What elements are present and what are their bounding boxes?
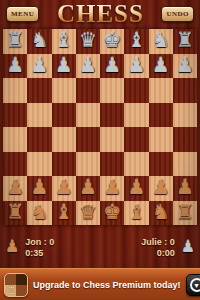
square-a4[interactable]: [3, 127, 27, 152]
square-b3[interactable]: [27, 152, 51, 177]
white-pawn-icon: ♟: [5, 239, 19, 255]
chess-app-icon: ♖: [4, 273, 28, 297]
square-a1[interactable]: ♜: [3, 201, 27, 226]
black-pawn-piece: ♟: [152, 55, 170, 75]
square-d8[interactable]: ♛: [76, 29, 100, 54]
square-d5[interactable]: [76, 103, 100, 128]
white-pawn-piece: ♟: [127, 177, 145, 197]
white-king-piece: ♚: [103, 202, 121, 222]
square-h1[interactable]: ♜: [173, 201, 197, 226]
square-d1[interactable]: ♛: [76, 201, 100, 226]
square-c3[interactable]: [52, 152, 76, 177]
black-queen-piece: ♛: [79, 30, 97, 50]
player-white-timer: 0:35: [25, 248, 54, 258]
square-h7[interactable]: ♟: [173, 54, 197, 79]
white-pawn-piece: ♟: [79, 177, 97, 197]
square-d7[interactable]: ♟: [76, 54, 100, 79]
square-a3[interactable]: [3, 152, 27, 177]
square-a7[interactable]: ♟: [3, 54, 27, 79]
square-f8[interactable]: ♝: [124, 29, 148, 54]
rook-icon: ♖: [7, 286, 16, 296]
square-b8[interactable]: ♞: [27, 29, 51, 54]
square-b4[interactable]: [27, 127, 51, 152]
download-arrow-icon: ▼: [193, 282, 200, 289]
square-c2[interactable]: ♟: [52, 176, 76, 201]
square-e1[interactable]: ♚: [100, 201, 124, 226]
header-bar: MENU CHESS UNDO: [0, 0, 200, 28]
square-b6[interactable]: [27, 78, 51, 103]
square-a2[interactable]: ♟: [3, 176, 27, 201]
square-h4[interactable]: [173, 127, 197, 152]
square-c5[interactable]: [52, 103, 76, 128]
square-b2[interactable]: ♟: [27, 176, 51, 201]
black-pawn-piece: ♟: [127, 55, 145, 75]
black-knight-piece: ♞: [30, 30, 48, 50]
download-button[interactable]: ▼: [186, 274, 200, 296]
square-c4[interactable]: [52, 127, 76, 152]
menu-button[interactable]: MENU: [6, 6, 39, 22]
square-f7[interactable]: ♟: [124, 54, 148, 79]
white-pawn-piece: ♟: [103, 177, 121, 197]
square-g7[interactable]: ♟: [149, 54, 173, 79]
square-h5[interactable]: [173, 103, 197, 128]
square-d2[interactable]: ♟: [76, 176, 100, 201]
square-d6[interactable]: [76, 78, 100, 103]
white-pawn-piece: ♟: [55, 177, 73, 197]
white-pawn-piece: ♟: [6, 177, 24, 197]
square-f4[interactable]: [124, 127, 148, 152]
player-black-panel: Julie : 0 0:00 ♟: [141, 237, 195, 258]
player-bar: ♟ Jon : 0 0:35 Julie : 0 0:00 ♟: [0, 226, 200, 268]
black-pawn-piece: ♟: [79, 55, 97, 75]
square-e5[interactable]: [100, 103, 124, 128]
white-pawn-piece: ♟: [176, 177, 194, 197]
black-bishop-piece: ♝: [127, 30, 145, 50]
square-d3[interactable]: [76, 152, 100, 177]
black-pawn-piece: ♟: [6, 55, 24, 75]
square-e2[interactable]: ♟: [100, 176, 124, 201]
square-b1[interactable]: ♞: [27, 201, 51, 226]
black-pawn-icon: ♟: [181, 239, 195, 255]
square-a5[interactable]: [3, 103, 27, 128]
ad-banner-text[interactable]: Upgrade to Chess Premium today!: [33, 280, 181, 290]
square-a8[interactable]: ♜: [3, 29, 27, 54]
square-g2[interactable]: ♟: [149, 176, 173, 201]
square-e4[interactable]: [100, 127, 124, 152]
square-c1[interactable]: ♝: [52, 201, 76, 226]
chess-app-screen: MENU CHESS UNDO ♜♞♝♛♚♝♞♜♟♟♟♟♟♟♟♟♟♟♟♟♟♟♟♟…: [0, 0, 200, 300]
square-g8[interactable]: ♞: [149, 29, 173, 54]
square-f2[interactable]: ♟: [124, 176, 148, 201]
square-e7[interactable]: ♟: [100, 54, 124, 79]
chess-board: ♜♞♝♛♚♝♞♜♟♟♟♟♟♟♟♟♟♟♟♟♟♟♟♟♜♞♝♛♚♝♞♜: [3, 29, 197, 225]
player-black-name-score: Julie : 0: [141, 237, 175, 247]
ad-banner[interactable]: ♖ Upgrade to Chess Premium today! ▼: [0, 268, 200, 300]
white-bishop-piece: ♝: [127, 202, 145, 222]
black-rook-piece: ♜: [176, 30, 194, 50]
square-g4[interactable]: [149, 127, 173, 152]
undo-button[interactable]: UNDO: [161, 6, 194, 22]
square-f3[interactable]: [124, 152, 148, 177]
white-pawn-piece: ♟: [30, 177, 48, 197]
player-white-panel: ♟ Jon : 0 0:35: [5, 237, 54, 258]
square-h6[interactable]: [173, 78, 197, 103]
square-h8[interactable]: ♜: [173, 29, 197, 54]
square-h2[interactable]: ♟: [173, 176, 197, 201]
black-pawn-piece: ♟: [103, 55, 121, 75]
square-e6[interactable]: [100, 78, 124, 103]
square-g6[interactable]: [149, 78, 173, 103]
square-b5[interactable]: [27, 103, 51, 128]
white-bishop-piece: ♝: [55, 202, 73, 222]
white-knight-piece: ♞: [152, 202, 170, 222]
player-black-timer: 0:00: [157, 248, 175, 258]
square-c7[interactable]: ♟: [52, 54, 76, 79]
black-rook-piece: ♜: [6, 30, 24, 50]
white-knight-piece: ♞: [30, 202, 48, 222]
app-title: CHESS: [57, 1, 144, 27]
square-g3[interactable]: [149, 152, 173, 177]
black-pawn-piece: ♟: [30, 55, 48, 75]
black-knight-piece: ♞: [152, 30, 170, 50]
square-f6[interactable]: [124, 78, 148, 103]
black-king-piece: ♚: [103, 30, 121, 50]
white-queen-piece: ♛: [79, 202, 97, 222]
black-pawn-piece: ♟: [176, 55, 194, 75]
square-f1[interactable]: ♝: [124, 201, 148, 226]
white-rook-piece: ♜: [176, 202, 194, 222]
black-pawn-piece: ♟: [55, 55, 73, 75]
square-e3[interactable]: [100, 152, 124, 177]
download-circle-icon: ▼: [190, 278, 200, 292]
square-b7[interactable]: ♟: [27, 54, 51, 79]
square-e8[interactable]: ♚: [100, 29, 124, 54]
white-pawn-piece: ♟: [152, 177, 170, 197]
player-white-name-score: Jon : 0: [25, 237, 54, 247]
square-f5[interactable]: [124, 103, 148, 128]
square-g1[interactable]: ♞: [149, 201, 173, 226]
square-c6[interactable]: [52, 78, 76, 103]
square-d4[interactable]: [76, 127, 100, 152]
board-area: ♜♞♝♛♚♝♞♜♟♟♟♟♟♟♟♟♟♟♟♟♟♟♟♟♜♞♝♛♚♝♞♜: [0, 28, 200, 226]
white-rook-piece: ♜: [6, 202, 24, 222]
square-g5[interactable]: [149, 103, 173, 128]
square-c8[interactable]: ♝: [52, 29, 76, 54]
black-bishop-piece: ♝: [55, 30, 73, 50]
square-h3[interactable]: [173, 152, 197, 177]
square-a6[interactable]: [3, 78, 27, 103]
